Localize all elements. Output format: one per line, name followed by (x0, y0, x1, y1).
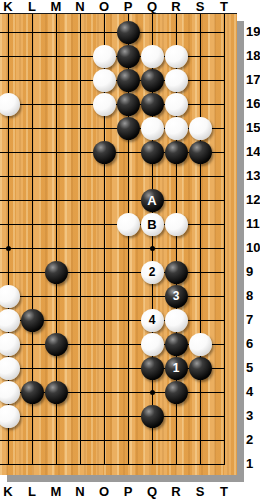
stone-white-r11[interactable] (165, 213, 188, 236)
go-board-diagram: A31B24KLMNOPQRSTKLMNOPQRST19181716151413… (0, 0, 260, 500)
grid-line-horizontal-12 (0, 200, 225, 201)
coord-top-K: K (3, 0, 12, 13)
coord-top-N: N (75, 0, 84, 13)
stone-white-k6[interactable] (0, 333, 20, 356)
stone-black-q14[interactable] (141, 141, 164, 164)
coord-right-9: 9 (246, 265, 253, 279)
stone-white-o16[interactable] (93, 93, 116, 116)
coord-right-6: 6 (246, 337, 253, 351)
stone-black-m6[interactable] (45, 333, 68, 356)
stone-label-A: A (147, 194, 156, 207)
stone-white-k5[interactable] (0, 357, 20, 380)
coord-right-11: 11 (246, 217, 260, 231)
stone-white-s15[interactable] (189, 117, 212, 140)
stone-black-q12[interactable]: A (141, 189, 164, 212)
stone-white-q15[interactable] (141, 117, 164, 140)
coord-top-T: T (220, 0, 228, 13)
stone-white-r16[interactable] (165, 93, 188, 116)
stone-black-s5[interactable] (189, 357, 212, 380)
stone-white-q9[interactable]: 2 (141, 261, 164, 284)
stone-white-r17[interactable] (165, 69, 188, 92)
stone-black-q5[interactable] (141, 357, 164, 380)
grid-line-horizontal-9 (0, 272, 225, 273)
coord-right-17: 17 (246, 73, 260, 87)
star-point-q10 (150, 246, 155, 251)
stone-white-q6[interactable] (141, 333, 164, 356)
stone-black-s14[interactable] (189, 141, 212, 164)
grid-line-vertical-S (200, 14, 201, 465)
stone-white-k3[interactable] (0, 405, 20, 428)
coord-right-15: 15 (246, 121, 260, 135)
coord-right-4: 4 (246, 385, 253, 399)
stone-black-p19[interactable] (117, 21, 140, 44)
board-shadow-bottom (7, 475, 244, 482)
stone-black-m9[interactable] (45, 261, 68, 284)
coord-bottom-N: N (75, 485, 84, 498)
stone-white-s6[interactable] (189, 333, 212, 356)
stone-black-m4[interactable] (45, 381, 68, 404)
stone-label-2: 2 (149, 266, 156, 278)
coord-bottom-R: R (171, 485, 180, 498)
coord-bottom-O: O (99, 485, 109, 498)
coord-right-1: 1 (246, 457, 253, 471)
coord-right-5: 5 (246, 361, 253, 375)
stone-white-r7[interactable] (165, 309, 188, 332)
star-point-k10 (6, 246, 11, 251)
stone-black-l4[interactable] (21, 381, 44, 404)
coord-top-S: S (196, 0, 205, 13)
coord-bottom-S: S (196, 485, 205, 498)
stone-black-l7[interactable] (21, 309, 44, 332)
coord-top-P: P (124, 0, 133, 13)
stone-black-p15[interactable] (117, 117, 140, 140)
stone-white-k7[interactable] (0, 309, 20, 332)
stone-white-q11[interactable]: B (141, 213, 164, 236)
grid-line-vertical-T (224, 14, 225, 465)
stone-label-4: 4 (149, 314, 156, 326)
coord-right-16: 16 (246, 97, 260, 111)
coord-top-Q: Q (147, 0, 157, 13)
grid-line-horizontal-2 (0, 440, 225, 441)
stone-black-o14[interactable] (93, 141, 116, 164)
coord-right-19: 19 (246, 25, 260, 39)
coord-bottom-P: P (124, 485, 133, 498)
stone-white-p11[interactable] (117, 213, 140, 236)
stone-white-k16[interactable] (0, 93, 20, 116)
coord-right-13: 13 (246, 169, 260, 183)
grid-line-horizontal-3 (0, 416, 225, 417)
stone-white-q18[interactable] (141, 45, 164, 68)
stone-black-q17[interactable] (141, 69, 164, 92)
coord-top-L: L (28, 0, 36, 13)
coord-bottom-M: M (51, 485, 62, 498)
stone-white-r18[interactable] (165, 45, 188, 68)
coord-bottom-T: T (220, 485, 228, 498)
stone-white-r15[interactable] (165, 117, 188, 140)
stone-black-p16[interactable] (117, 93, 140, 116)
coord-right-7: 7 (246, 313, 253, 327)
stone-black-q16[interactable] (141, 93, 164, 116)
stone-white-q7[interactable]: 4 (141, 309, 164, 332)
stone-black-r4[interactable] (165, 381, 188, 404)
coord-right-14: 14 (246, 145, 260, 159)
coord-bottom-Q: Q (147, 485, 157, 498)
stone-label-3: 3 (173, 290, 180, 302)
coord-bottom-K: K (3, 485, 12, 498)
stone-black-r6[interactable] (165, 333, 188, 356)
grid-line-horizontal-19 (0, 32, 225, 33)
grid-line-horizontal-11 (0, 224, 225, 225)
stone-white-k4[interactable] (0, 381, 20, 404)
coord-right-10: 10 (246, 241, 260, 255)
grid-line-horizontal-1 (0, 464, 225, 465)
stone-black-r5[interactable]: 1 (165, 357, 188, 380)
stone-label-1: 1 (173, 362, 180, 374)
coord-bottom-L: L (28, 485, 36, 498)
stone-black-r8[interactable]: 3 (165, 285, 188, 308)
coord-top-R: R (171, 0, 180, 13)
coord-right-3: 3 (246, 409, 253, 423)
grid-line-horizontal-13 (0, 176, 225, 177)
board-shadow-right (237, 21, 244, 482)
stone-label-B: B (147, 218, 156, 231)
coord-top-O: O (99, 0, 109, 13)
stone-black-p18[interactable] (117, 45, 140, 68)
stone-black-r9[interactable] (165, 261, 188, 284)
coord-right-18: 18 (246, 49, 260, 63)
coord-top-M: M (51, 0, 62, 13)
stone-black-r14[interactable] (165, 141, 188, 164)
stone-black-p17[interactable] (117, 69, 140, 92)
coord-right-2: 2 (246, 433, 253, 447)
stone-white-o18[interactable] (93, 45, 116, 68)
stone-white-o17[interactable] (93, 69, 116, 92)
star-point-q4 (150, 390, 155, 395)
grid-line-horizontal-10 (0, 248, 225, 249)
grid-line-horizontal-8 (0, 296, 225, 297)
stone-black-q3[interactable] (141, 405, 164, 428)
coord-right-12: 12 (246, 193, 260, 207)
stone-white-k8[interactable] (0, 285, 20, 308)
coord-right-8: 8 (246, 289, 253, 303)
grid-line-vertical-N (80, 14, 81, 465)
